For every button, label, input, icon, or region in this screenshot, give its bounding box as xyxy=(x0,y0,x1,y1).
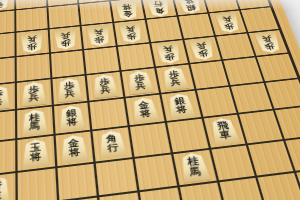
board-cell-r3c5[interactable]: 歩兵 xyxy=(113,19,150,46)
piece-kanji-label: 桂馬 xyxy=(28,113,40,132)
shogi-piece-gote: 歩兵 xyxy=(85,25,112,47)
board-cell-r7c4[interactable]: 角行 xyxy=(92,126,134,162)
piece-kanji-label: 歩兵 xyxy=(60,32,72,47)
shogi-piece-gote: 歩兵 xyxy=(187,38,217,61)
shogi-piece-gote: 歩兵 xyxy=(213,12,243,34)
piece-kanji-label: 金将 xyxy=(121,3,133,17)
board-cell-r5c4[interactable]: 歩兵 xyxy=(86,71,125,102)
board-cell-r5c2[interactable]: 歩兵 xyxy=(16,78,53,109)
board-cell-r8c4[interactable] xyxy=(95,158,139,197)
piece-kanji-label: 歩兵 xyxy=(98,77,111,94)
shogi-piece-sente: 飛車 xyxy=(207,117,241,146)
board-cell-r7c2[interactable]: 玉将 xyxy=(16,135,56,171)
piece-kanji-label: 歩兵 xyxy=(63,81,76,98)
piece-kanji-label: 玉将 xyxy=(29,143,42,163)
shogi-board: 香車金将王将飛車桂馬香車金将角行銀将歩兵歩兵歩兵歩兵歩兵歩兵歩兵歩兵歩兵歩兵歩兵… xyxy=(0,0,300,200)
piece-kanji-label: 歩兵 xyxy=(260,35,275,50)
shogi-piece-gote: 歩兵 xyxy=(19,31,45,54)
shogi-piece-sente: 歩兵 xyxy=(55,77,83,103)
piece-kanji-label: 歩兵 xyxy=(125,25,138,40)
board-cell-r6c2[interactable]: 桂馬 xyxy=(16,106,54,140)
shogi-piece-sente: 金将 xyxy=(59,134,90,164)
piece-kanji-label: 歩兵 xyxy=(168,70,182,87)
board-cell-r4c4[interactable] xyxy=(83,46,120,75)
shogi-piece-gote: 歩兵 xyxy=(118,22,146,44)
board-cell-r8c3[interactable] xyxy=(56,162,99,200)
piece-kanji-label: 金将 xyxy=(138,101,152,119)
shogi-piece-sente: 桂馬 xyxy=(177,151,212,182)
shogi-piece-gote: 金将 xyxy=(114,0,141,21)
shogi-piece-sente: 桂馬 xyxy=(20,108,49,136)
shogi-piece-gote: 歩兵 xyxy=(155,41,185,64)
piece-kanji-label: 歩兵 xyxy=(0,89,3,107)
board-grid: 香車金将王将飛車桂馬香車金将角行銀将歩兵歩兵歩兵歩兵歩兵歩兵歩兵歩兵歩兵歩兵歩兵… xyxy=(0,0,300,200)
piece-kanji-label: 金将 xyxy=(67,138,81,158)
piece-kanji-label: 歩兵 xyxy=(162,45,176,61)
piece-kanji-label: 角行 xyxy=(105,134,119,154)
piece-kanji-label: 香車 xyxy=(0,0,4,8)
shogi-piece-gote: 角行 xyxy=(145,0,172,17)
board-cell-r3c3[interactable]: 歩兵 xyxy=(48,26,83,53)
piece-kanji-label: 歩兵 xyxy=(28,85,40,103)
board-cell-r7c3[interactable]: 金将 xyxy=(54,131,95,167)
piece-kanji-label: 歩兵 xyxy=(27,35,38,50)
piece-kanji-label: 歩兵 xyxy=(221,15,235,29)
board-cell-r3c2[interactable]: 歩兵 xyxy=(15,29,49,56)
board-cell-r8c1[interactable]: 香車 xyxy=(0,172,16,200)
board-cell-r5c3[interactable]: 歩兵 xyxy=(51,75,89,106)
piece-kanji-label: 角行 xyxy=(153,0,166,14)
board-cell-r4c9[interactable]: 歩兵 xyxy=(248,29,289,56)
board-cell-r3c9[interactable] xyxy=(240,7,280,33)
shogi-piece-gote: 香車 xyxy=(0,0,11,11)
board-cell-r5c9[interactable] xyxy=(256,53,299,82)
shogi-piece-gote: 銀将 xyxy=(176,0,204,14)
piece-kanji-label: 飛車 xyxy=(216,121,232,140)
shogi-piece-gote: 歩兵 xyxy=(252,31,284,54)
board-cell-r3c4[interactable]: 歩兵 xyxy=(81,23,117,50)
piece-kanji-label: 歩兵 xyxy=(93,28,105,43)
board-cell-r5c5[interactable]: 歩兵 xyxy=(121,67,161,97)
shogi-piece-sente: 角行 xyxy=(97,129,129,159)
board-cell-r6c3[interactable]: 銀将 xyxy=(52,102,91,135)
shogi-piece-sente: 金将 xyxy=(129,96,160,123)
shogi-piece-sente: 歩兵 xyxy=(160,66,191,91)
board-cell-r8c2[interactable] xyxy=(16,167,57,200)
piece-kanji-label: 銀将 xyxy=(65,109,78,128)
board-cell-r4c5[interactable] xyxy=(117,43,155,71)
board-cell-r9c8[interactable] xyxy=(257,172,300,200)
board-cell-r4c2[interactable] xyxy=(15,53,51,82)
board-cell-r4c3[interactable] xyxy=(50,49,86,78)
shogi-piece-sente: 玉将 xyxy=(21,138,51,168)
piece-kanji-label: 歩兵 xyxy=(195,42,209,58)
board-cell-r6c5[interactable]: 金将 xyxy=(125,94,166,127)
board-cell-r8c5[interactable] xyxy=(134,153,179,191)
piece-kanji-label: 銀将 xyxy=(173,97,188,115)
piece-kanji-label: 銀将 xyxy=(184,0,197,11)
shogi-piece-sente: 香車 xyxy=(0,175,11,200)
shogi-piece-sente: 歩兵 xyxy=(0,85,11,111)
shogi-piece-sente: 歩兵 xyxy=(125,70,155,95)
shogi-piece-sente: 歩兵 xyxy=(20,81,48,107)
shogi-piece-sente: 歩兵 xyxy=(91,73,120,99)
shogi-photo-scene: 香車金将王将飛車桂馬香車金将角行銀将歩兵歩兵歩兵歩兵歩兵歩兵歩兵歩兵歩兵歩兵歩兵… xyxy=(0,0,300,200)
piece-kanji-label: 桂馬 xyxy=(186,156,203,177)
board-cell-r6c4[interactable] xyxy=(89,98,129,131)
shogi-piece-sente: 銀将 xyxy=(165,92,197,119)
board-cell-r7c5[interactable] xyxy=(129,122,172,157)
piece-kanji-label: 歩兵 xyxy=(133,74,147,91)
shogi-piece-sente: 銀将 xyxy=(57,104,87,132)
shogi-piece-gote: 歩兵 xyxy=(52,28,78,51)
piece-kanji-label: 香車 xyxy=(0,180,3,200)
